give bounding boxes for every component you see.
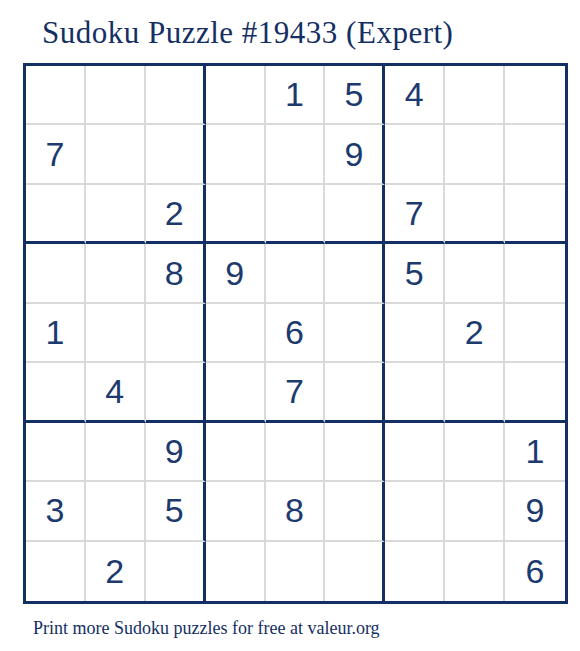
cell-r3c9[interactable] [505, 185, 565, 244]
cell-r8c1: 3 [26, 482, 86, 541]
cell-r1c3[interactable] [146, 66, 206, 125]
cell-r1c5: 1 [266, 66, 326, 125]
cell-r1c9[interactable] [505, 66, 565, 125]
cell-r7c9: 1 [505, 423, 565, 482]
cell-r5c9[interactable] [505, 304, 565, 363]
cell-r5c7[interactable] [385, 304, 445, 363]
cell-r8c5: 8 [266, 482, 326, 541]
cell-r9c4[interactable] [206, 542, 266, 601]
cell-r4c6[interactable] [325, 244, 385, 303]
cell-r5c2[interactable] [86, 304, 146, 363]
cell-r5c3[interactable] [146, 304, 206, 363]
cell-r3c2[interactable] [86, 185, 146, 244]
cell-r4c4: 9 [206, 244, 266, 303]
cell-r7c6[interactable] [325, 423, 385, 482]
cell-r1c1[interactable] [26, 66, 86, 125]
cell-r2c3[interactable] [146, 125, 206, 184]
cell-r8c8[interactable] [445, 482, 505, 541]
cell-r4c7: 5 [385, 244, 445, 303]
cell-r6c6[interactable] [325, 363, 385, 422]
cell-r2c1: 7 [26, 125, 86, 184]
cell-r6c1[interactable] [26, 363, 86, 422]
cell-r1c4[interactable] [206, 66, 266, 125]
cell-r8c6[interactable] [325, 482, 385, 541]
footer-text: Print more Sudoku puzzles for free at va… [33, 618, 580, 639]
cell-r7c8[interactable] [445, 423, 505, 482]
cell-r5c1: 1 [26, 304, 86, 363]
cell-r3c8[interactable] [445, 185, 505, 244]
cell-r9c6[interactable] [325, 542, 385, 601]
cell-r3c1[interactable] [26, 185, 86, 244]
cell-r7c5[interactable] [266, 423, 326, 482]
cell-r9c8[interactable] [445, 542, 505, 601]
cell-r8c7[interactable] [385, 482, 445, 541]
cell-r5c8: 2 [445, 304, 505, 363]
cell-r9c2: 2 [86, 542, 146, 601]
cell-r4c9[interactable] [505, 244, 565, 303]
cell-r4c5[interactable] [266, 244, 326, 303]
cell-r7c7[interactable] [385, 423, 445, 482]
cell-r9c9: 6 [505, 542, 565, 601]
cell-r8c2[interactable] [86, 482, 146, 541]
cell-r1c2[interactable] [86, 66, 146, 125]
cell-r1c8[interactable] [445, 66, 505, 125]
cell-r6c4[interactable] [206, 363, 266, 422]
cell-r2c5[interactable] [266, 125, 326, 184]
cell-r9c3[interactable] [146, 542, 206, 601]
cell-r1c6: 5 [325, 66, 385, 125]
cell-r3c3: 2 [146, 185, 206, 244]
cell-r4c1[interactable] [26, 244, 86, 303]
cell-r5c5: 6 [266, 304, 326, 363]
cell-r2c4[interactable] [206, 125, 266, 184]
cell-r3c6[interactable] [325, 185, 385, 244]
cell-r6c2: 4 [86, 363, 146, 422]
cell-r4c8[interactable] [445, 244, 505, 303]
cell-r9c5[interactable] [266, 542, 326, 601]
cell-r5c4[interactable] [206, 304, 266, 363]
cell-r7c2[interactable] [86, 423, 146, 482]
cell-r4c2[interactable] [86, 244, 146, 303]
cell-r6c5: 7 [266, 363, 326, 422]
cell-r8c4[interactable] [206, 482, 266, 541]
cell-r6c7[interactable] [385, 363, 445, 422]
cell-r8c3: 5 [146, 482, 206, 541]
sudoku-board: 15479278951624791358926 [23, 63, 568, 604]
page-title: Sudoku Puzzle #19433 (Expert) [42, 16, 580, 50]
cell-r8c9: 9 [505, 482, 565, 541]
cell-r2c7[interactable] [385, 125, 445, 184]
cell-r6c8[interactable] [445, 363, 505, 422]
cell-r2c9[interactable] [505, 125, 565, 184]
cell-r6c9[interactable] [505, 363, 565, 422]
cell-r3c5[interactable] [266, 185, 326, 244]
cell-r7c1[interactable] [26, 423, 86, 482]
cell-r2c6: 9 [325, 125, 385, 184]
cell-r7c3: 9 [146, 423, 206, 482]
cell-r6c3[interactable] [146, 363, 206, 422]
cell-r2c2[interactable] [86, 125, 146, 184]
cell-r1c7: 4 [385, 66, 445, 125]
cell-r9c7[interactable] [385, 542, 445, 601]
cell-r7c4[interactable] [206, 423, 266, 482]
cell-r3c7: 7 [385, 185, 445, 244]
cell-r5c6[interactable] [325, 304, 385, 363]
cell-r9c1[interactable] [26, 542, 86, 601]
cell-r4c3: 8 [146, 244, 206, 303]
cell-r2c8[interactable] [445, 125, 505, 184]
cell-r3c4[interactable] [206, 185, 266, 244]
